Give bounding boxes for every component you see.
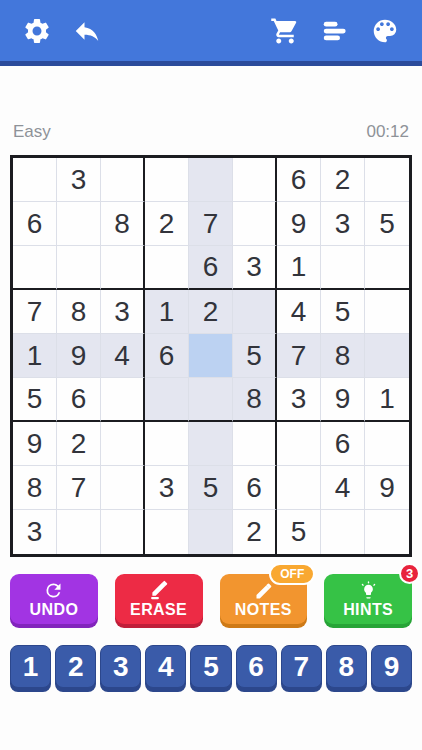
sudoku-cell[interactable]: 5 (277, 510, 321, 554)
sudoku-cell[interactable] (365, 422, 409, 466)
numpad-key-9[interactable]: 9 (371, 645, 412, 688)
sudoku-cell[interactable]: 8 (13, 466, 57, 510)
sudoku-cell[interactable] (365, 290, 409, 334)
sudoku-cell[interactable]: 2 (189, 290, 233, 334)
sudoku-cell[interactable] (13, 158, 57, 202)
sudoku-cell[interactable] (101, 158, 145, 202)
sudoku-cell[interactable] (145, 422, 189, 466)
sudoku-cell[interactable]: 5 (233, 334, 277, 378)
undo-label: UNDO (30, 602, 79, 618)
sudoku-cell[interactable] (101, 510, 145, 554)
sudoku-cell[interactable] (189, 378, 233, 422)
back-arrow-icon (72, 16, 102, 46)
sudoku-cell[interactable] (233, 290, 277, 334)
sudoku-cell[interactable]: 3 (277, 378, 321, 422)
sudoku-cell[interactable]: 4 (321, 466, 365, 510)
sudoku-cell[interactable] (233, 422, 277, 466)
sudoku-cell[interactable]: 7 (13, 290, 57, 334)
sudoku-cell[interactable]: 3 (13, 510, 57, 554)
shop-button[interactable] (266, 12, 304, 50)
difficulty-label: Easy (13, 122, 51, 142)
sudoku-cell[interactable]: 6 (233, 466, 277, 510)
sudoku-cell[interactable]: 1 (13, 334, 57, 378)
hints-label: HINTS (343, 602, 393, 618)
sudoku-cell[interactable] (189, 510, 233, 554)
sudoku-cell[interactable] (365, 158, 409, 202)
sudoku-cell[interactable] (321, 510, 365, 554)
sudoku-cell[interactable]: 5 (13, 378, 57, 422)
sudoku-cell[interactable] (189, 158, 233, 202)
sudoku-cell[interactable] (365, 334, 409, 378)
numpad-key-6[interactable]: 6 (236, 645, 277, 688)
gear-icon (22, 16, 52, 46)
sudoku-cell[interactable]: 7 (57, 466, 101, 510)
sudoku-cell[interactable]: 8 (101, 202, 145, 246)
sudoku-cell[interactable] (57, 510, 101, 554)
sudoku-cell[interactable] (233, 158, 277, 202)
sudoku-cell[interactable]: 9 (321, 378, 365, 422)
sudoku-cell[interactable] (57, 246, 101, 290)
sudoku-board: 3626827935631783124519465785683919268735… (10, 155, 412, 557)
theme-button[interactable] (366, 12, 404, 50)
sudoku-cell[interactable]: 5 (321, 290, 365, 334)
erase-button[interactable]: ERASE (115, 574, 203, 624)
sudoku-cell[interactable]: 1 (365, 378, 409, 422)
sudoku-cell[interactable]: 4 (101, 334, 145, 378)
settings-button[interactable] (18, 12, 56, 50)
sudoku-cell[interactable]: 6 (189, 246, 233, 290)
sudoku-cell[interactable]: 5 (189, 466, 233, 510)
sudoku-cell[interactable]: 3 (321, 202, 365, 246)
sudoku-cell[interactable]: 2 (321, 158, 365, 202)
sudoku-cell[interactable]: 1 (277, 246, 321, 290)
sudoku-cell[interactable]: 5 (365, 202, 409, 246)
hints-button[interactable]: 3 HINTS (324, 574, 412, 624)
notes-label: NOTES (235, 602, 292, 618)
sudoku-cell[interactable]: 6 (321, 422, 365, 466)
lightbulb-icon (358, 580, 379, 601)
sudoku-cell[interactable] (145, 246, 189, 290)
status-row: Easy 00:12 (0, 66, 422, 142)
sudoku-cell[interactable]: 4 (277, 290, 321, 334)
back-button[interactable] (68, 12, 106, 50)
sudoku-cell[interactable]: 8 (321, 334, 365, 378)
erase-label: ERASE (130, 602, 187, 618)
sudoku-cell[interactable]: 2 (57, 422, 101, 466)
sudoku-cell[interactable]: 7 (189, 202, 233, 246)
sudoku-cell[interactable] (277, 466, 321, 510)
numpad-key-8[interactable]: 8 (326, 645, 367, 688)
notes-pencil-icon (253, 580, 274, 601)
sudoku-cell[interactable]: 9 (13, 422, 57, 466)
sudoku-cell[interactable]: 8 (57, 290, 101, 334)
numpad-key-3[interactable]: 3 (100, 645, 141, 688)
sudoku-cell[interactable]: 7 (277, 334, 321, 378)
numpad-key-5[interactable]: 5 (190, 645, 231, 688)
undo-icon (43, 580, 64, 601)
palette-icon (370, 16, 400, 46)
sudoku-cell[interactable]: 3 (101, 290, 145, 334)
sudoku-cell[interactable] (277, 422, 321, 466)
stats-button[interactable] (316, 12, 354, 50)
numpad-key-1[interactable]: 1 (10, 645, 51, 688)
sudoku-cell[interactable]: 1 (145, 290, 189, 334)
sudoku-cell[interactable]: 3 (233, 246, 277, 290)
sudoku-cell[interactable]: 3 (145, 466, 189, 510)
sudoku-cell[interactable] (145, 158, 189, 202)
sudoku-cell[interactable] (101, 466, 145, 510)
action-bar: UNDO ERASE OFF NOTES 3 HINTS (10, 574, 412, 624)
sudoku-cell[interactable]: 9 (57, 334, 101, 378)
sudoku-cell[interactable]: 3 (57, 158, 101, 202)
sudoku-cell[interactable] (145, 510, 189, 554)
sudoku-cell[interactable] (189, 422, 233, 466)
sudoku-cell[interactable] (13, 246, 57, 290)
numpad-key-4[interactable]: 4 (145, 645, 186, 688)
sudoku-cell[interactable]: 2 (233, 510, 277, 554)
numpad-key-7[interactable]: 7 (281, 645, 322, 688)
sudoku-cell[interactable] (101, 422, 145, 466)
sudoku-cell[interactable]: 6 (57, 378, 101, 422)
sudoku-cell[interactable]: 6 (13, 202, 57, 246)
sudoku-cell[interactable] (365, 510, 409, 554)
sudoku-cell[interactable] (57, 202, 101, 246)
sudoku-cell[interactable] (189, 334, 233, 378)
timer: 00:12 (366, 122, 409, 142)
shopping-cart-icon (270, 16, 300, 46)
sudoku-cell[interactable] (101, 246, 145, 290)
hints-count-badge: 3 (399, 563, 420, 584)
app-screen: Easy 00:12 36268279356317831245194657856… (0, 0, 422, 750)
notes-off-badge: OFF (269, 563, 315, 585)
sudoku-cell[interactable] (321, 246, 365, 290)
numpad-key-2[interactable]: 2 (55, 645, 96, 688)
sudoku-cell[interactable] (233, 202, 277, 246)
undo-button[interactable]: UNDO (10, 574, 98, 624)
sudoku-cell[interactable]: 6 (145, 334, 189, 378)
sudoku-cell[interactable]: 9 (277, 202, 321, 246)
sudoku-cell[interactable]: 9 (365, 466, 409, 510)
sudoku-cell[interactable] (101, 378, 145, 422)
app-header (0, 0, 422, 66)
sudoku-cell[interactable]: 2 (145, 202, 189, 246)
sudoku-cell[interactable] (365, 246, 409, 290)
stats-bars-icon (320, 16, 350, 46)
sudoku-cell[interactable]: 8 (233, 378, 277, 422)
sudoku-cell[interactable]: 6 (277, 158, 321, 202)
erase-pencil-icon (148, 580, 169, 601)
sudoku-cell[interactable] (145, 378, 189, 422)
numpad: 123456789 (10, 645, 412, 688)
notes-button[interactable]: OFF NOTES (220, 574, 308, 624)
